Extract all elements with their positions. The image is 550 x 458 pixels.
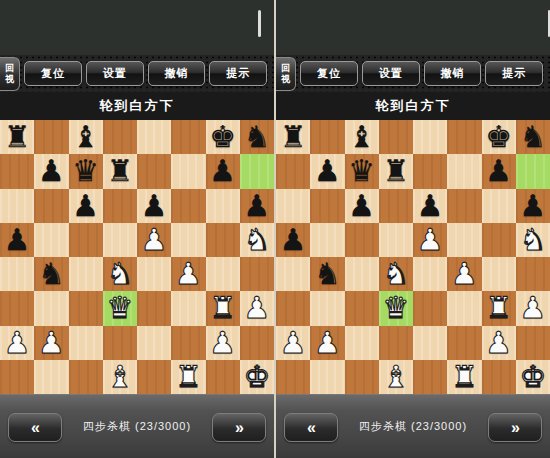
review-side-button[interactable]: 回视 <box>276 57 296 91</box>
square-a1[interactable] <box>0 360 34 394</box>
black-pawn-g7: ♟ <box>482 154 516 188</box>
square-h1[interactable]: ♚ <box>240 360 274 394</box>
square-f5[interactable] <box>447 223 481 257</box>
square-g4[interactable] <box>206 257 240 291</box>
square-e4[interactable] <box>413 257 447 291</box>
square-h3[interactable]: ♟ <box>240 291 274 325</box>
square-b8[interactable] <box>310 120 344 154</box>
square-b7[interactable]: ♟ <box>34 154 68 188</box>
black-pawn-e6: ♟ <box>413 189 447 223</box>
square-c3[interactable] <box>69 291 103 325</box>
square-b5[interactable] <box>310 223 344 257</box>
square-g2[interactable]: ♟ <box>482 326 516 360</box>
square-c5[interactable] <box>345 223 379 257</box>
square-e6[interactable]: ♟ <box>413 189 447 223</box>
previous-puzzle-button[interactable]: « <box>8 413 62 442</box>
turn-status-text: 轮到白方下 <box>100 97 175 115</box>
chess-board: ♜♝♚♞♟♛♜♟♟♟♟♟♟♞♞♞♟♛♜♟♟♟♟♝♜♚ <box>276 120 550 394</box>
top-dark-area <box>0 0 274 55</box>
black-bishop-c8: ♝ <box>345 120 379 154</box>
black-pawn-h6: ♟ <box>240 189 274 223</box>
next-puzzle-button[interactable]: » <box>488 413 542 442</box>
white-pawn-f4: ♟ <box>447 257 481 291</box>
square-b6[interactable] <box>34 189 68 223</box>
square-g8[interactable]: ♚ <box>206 120 240 154</box>
white-knight-d4: ♞ <box>103 257 137 291</box>
square-c7[interactable]: ♛ <box>345 154 379 188</box>
square-c1[interactable] <box>69 360 103 394</box>
square-b2[interactable]: ♟ <box>34 326 68 360</box>
screenshot-panel-left: 回视 复位 设置 撤销 提示 轮到白方下 ♜♝♚♞♟♛♜♟♟♟♟♟♟♞♞♞♟♛♜… <box>0 0 274 458</box>
white-rook-g3: ♜ <box>206 291 240 325</box>
square-f1[interactable]: ♜ <box>447 360 481 394</box>
square-f4[interactable]: ♟ <box>447 257 481 291</box>
white-knight-h5: ♞ <box>240 223 274 257</box>
white-king-h1: ♚ <box>516 360 550 394</box>
square-f3[interactable] <box>171 291 205 325</box>
square-e2[interactable] <box>137 326 171 360</box>
scrollbar-thumb[interactable] <box>258 10 261 37</box>
square-f6[interactable] <box>171 189 205 223</box>
square-g1[interactable] <box>482 360 516 394</box>
square-d8[interactable] <box>379 120 413 154</box>
square-b6[interactable] <box>310 189 344 223</box>
square-d2[interactable] <box>103 326 137 360</box>
square-f4[interactable]: ♟ <box>171 257 205 291</box>
puzzle-caption: 四步杀棋 (23/3000) <box>359 419 467 434</box>
square-b8[interactable] <box>34 120 68 154</box>
next-puzzle-button[interactable]: » <box>212 413 266 442</box>
black-rook-d7: ♜ <box>379 154 413 188</box>
square-g2[interactable]: ♟ <box>206 326 240 360</box>
square-f5[interactable] <box>171 223 205 257</box>
white-pawn-e5: ♟ <box>413 223 447 257</box>
square-e3[interactable] <box>413 291 447 325</box>
square-d5[interactable] <box>379 223 413 257</box>
white-bishop-d1: ♝ <box>379 360 413 394</box>
square-e8[interactable] <box>413 120 447 154</box>
white-pawn-e5: ♟ <box>137 223 171 257</box>
square-d3[interactable]: ♛ <box>103 291 137 325</box>
black-knight-b4: ♞ <box>34 257 68 291</box>
square-b1[interactable] <box>34 360 68 394</box>
square-h2[interactable] <box>516 326 550 360</box>
square-c8[interactable]: ♝ <box>69 120 103 154</box>
black-pawn-a5: ♟ <box>0 223 34 257</box>
white-pawn-a2: ♟ <box>276 326 310 360</box>
top-dark-area <box>276 0 550 55</box>
undo-button[interactable]: 撤销 <box>424 61 482 86</box>
black-rook-a8: ♜ <box>276 120 310 154</box>
square-e5[interactable]: ♟ <box>137 223 171 257</box>
square-a8[interactable]: ♜ <box>0 120 34 154</box>
square-g7[interactable]: ♟ <box>206 154 240 188</box>
black-knight-b4: ♞ <box>310 257 344 291</box>
black-knight-h8: ♞ <box>516 120 550 154</box>
toolbar: 回视 复位 设置 撤销 提示 <box>0 55 274 92</box>
square-f3[interactable] <box>447 291 481 325</box>
square-h4[interactable] <box>516 257 550 291</box>
square-e7[interactable] <box>137 154 171 188</box>
reset-button[interactable]: 复位 <box>24 61 82 86</box>
square-g8[interactable]: ♚ <box>482 120 516 154</box>
square-a2[interactable]: ♟ <box>0 326 34 360</box>
black-pawn-g7: ♟ <box>206 154 240 188</box>
square-h3[interactable]: ♟ <box>516 291 550 325</box>
black-pawn-e6: ♟ <box>137 189 171 223</box>
hint-button[interactable]: 提示 <box>485 61 543 86</box>
square-b2[interactable]: ♟ <box>310 326 344 360</box>
square-a6[interactable] <box>0 189 34 223</box>
previous-puzzle-button[interactable]: « <box>284 413 338 442</box>
square-b4[interactable]: ♞ <box>34 257 68 291</box>
toolbar: 回视 复位 设置 撤销 提示 <box>276 55 550 92</box>
square-d7[interactable]: ♜ <box>103 154 137 188</box>
square-a2[interactable]: ♟ <box>276 326 310 360</box>
app: 回视 复位 设置 撤销 提示 轮到白方下 ♜♝♚♞♟♛♜♟♟♟♟♟♟♞♞♞♟♛♜… <box>0 0 550 458</box>
settings-button[interactable]: 设置 <box>362 61 420 86</box>
square-d4[interactable]: ♞ <box>103 257 137 291</box>
square-e1[interactable] <box>413 360 447 394</box>
square-e5[interactable]: ♟ <box>413 223 447 257</box>
undo-button[interactable]: 撤销 <box>148 61 206 86</box>
hint-button[interactable]: 提示 <box>209 61 267 86</box>
white-knight-d4: ♞ <box>379 257 413 291</box>
puzzle-nav-bar: « 四步杀棋 (23/3000) » <box>0 394 274 458</box>
square-c4[interactable] <box>69 257 103 291</box>
square-a1[interactable] <box>276 360 310 394</box>
hint-button-label: 提示 <box>502 66 526 81</box>
white-king-h1: ♚ <box>240 360 274 394</box>
settings-button-label: 设置 <box>103 66 127 81</box>
square-g3[interactable]: ♜ <box>482 291 516 325</box>
black-rook-d7: ♜ <box>103 154 137 188</box>
white-pawn-b2: ♟ <box>310 326 344 360</box>
square-e4[interactable] <box>137 257 171 291</box>
black-pawn-a5: ♟ <box>276 223 310 257</box>
puzzle-caption: 四步杀棋 (23/3000) <box>83 419 191 434</box>
square-g7[interactable]: ♟ <box>482 154 516 188</box>
square-c3[interactable] <box>345 291 379 325</box>
white-pawn-b2: ♟ <box>34 326 68 360</box>
square-f7[interactable] <box>447 154 481 188</box>
turn-status-text: 轮到白方下 <box>376 97 451 115</box>
square-f6[interactable] <box>447 189 481 223</box>
white-rook-g3: ♜ <box>482 291 516 325</box>
review-side-button-label: 回视 <box>281 63 291 84</box>
reset-button-label: 复位 <box>41 66 65 81</box>
square-f7[interactable] <box>171 154 205 188</box>
white-pawn-f4: ♟ <box>171 257 205 291</box>
square-e8[interactable] <box>137 120 171 154</box>
square-h7[interactable] <box>516 154 550 188</box>
square-f2[interactable] <box>171 326 205 360</box>
square-a3[interactable] <box>276 291 310 325</box>
white-pawn-g2: ♟ <box>206 326 240 360</box>
square-c1[interactable] <box>345 360 379 394</box>
black-pawn-h6: ♟ <box>516 189 550 223</box>
previous-puzzle-icon: « <box>31 419 39 437</box>
square-a6[interactable] <box>276 189 310 223</box>
white-pawn-a2: ♟ <box>0 326 34 360</box>
square-a4[interactable] <box>276 257 310 291</box>
square-b5[interactable] <box>34 223 68 257</box>
reset-button[interactable]: 复位 <box>300 61 358 86</box>
black-king-g8: ♚ <box>482 120 516 154</box>
square-g5[interactable] <box>206 223 240 257</box>
square-f1[interactable]: ♜ <box>171 360 205 394</box>
settings-button-label: 设置 <box>379 66 403 81</box>
black-rook-a8: ♜ <box>0 120 34 154</box>
next-puzzle-icon: » <box>511 419 519 437</box>
square-d5[interactable] <box>103 223 137 257</box>
square-f2[interactable] <box>447 326 481 360</box>
previous-puzzle-icon: « <box>307 419 315 437</box>
puzzle-nav-bar: « 四步杀棋 (23/3000) » <box>276 394 550 458</box>
square-d1[interactable]: ♝ <box>103 360 137 394</box>
square-h1[interactable]: ♚ <box>516 360 550 394</box>
review-side-button-label: 回视 <box>5 63 15 84</box>
black-bishop-c8: ♝ <box>69 120 103 154</box>
square-d6[interactable] <box>103 189 137 223</box>
black-king-g8: ♚ <box>206 120 240 154</box>
square-b1[interactable] <box>310 360 344 394</box>
reset-button-label: 复位 <box>317 66 341 81</box>
square-c4[interactable] <box>345 257 379 291</box>
square-b4[interactable]: ♞ <box>310 257 344 291</box>
square-f8[interactable] <box>171 120 205 154</box>
square-d8[interactable] <box>103 120 137 154</box>
square-d6[interactable] <box>379 189 413 223</box>
white-pawn-h3: ♟ <box>240 291 274 325</box>
white-queen-d3: ♛ <box>379 291 413 325</box>
square-d2[interactable] <box>379 326 413 360</box>
black-queen-c7: ♛ <box>345 154 379 188</box>
next-puzzle-icon: » <box>235 419 243 437</box>
square-g6[interactable] <box>206 189 240 223</box>
square-c2[interactable] <box>345 326 379 360</box>
square-c6[interactable]: ♟ <box>345 189 379 223</box>
turn-status-bar: 轮到白方下 <box>276 92 550 120</box>
square-h2[interactable] <box>240 326 274 360</box>
square-g5[interactable] <box>482 223 516 257</box>
settings-button[interactable]: 设置 <box>86 61 144 86</box>
square-a4[interactable] <box>0 257 34 291</box>
white-pawn-g2: ♟ <box>482 326 516 360</box>
square-a7[interactable] <box>0 154 34 188</box>
hint-button-label: 提示 <box>226 66 250 81</box>
undo-button-label: 撤销 <box>164 66 188 81</box>
turn-status-bar: 轮到白方下 <box>0 92 274 120</box>
white-bishop-d1: ♝ <box>103 360 137 394</box>
square-b3[interactable] <box>310 291 344 325</box>
white-queen-d3: ♛ <box>103 291 137 325</box>
square-e3[interactable] <box>137 291 171 325</box>
review-side-button[interactable]: 回视 <box>0 57 20 91</box>
square-h4[interactable] <box>240 257 274 291</box>
square-a7[interactable] <box>276 154 310 188</box>
square-g3[interactable]: ♜ <box>206 291 240 325</box>
black-pawn-c6: ♟ <box>69 189 103 223</box>
black-queen-c7: ♛ <box>69 154 103 188</box>
white-rook-f1: ♜ <box>447 360 481 394</box>
square-a5[interactable]: ♟ <box>0 223 34 257</box>
square-e6[interactable]: ♟ <box>137 189 171 223</box>
black-pawn-c6: ♟ <box>345 189 379 223</box>
square-h8[interactable]: ♞ <box>516 120 550 154</box>
white-pawn-h3: ♟ <box>516 291 550 325</box>
square-e7[interactable] <box>413 154 447 188</box>
square-h5[interactable]: ♞ <box>516 223 550 257</box>
square-a5[interactable]: ♟ <box>276 223 310 257</box>
square-h6[interactable]: ♟ <box>240 189 274 223</box>
black-pawn-b7: ♟ <box>34 154 68 188</box>
square-h5[interactable]: ♞ <box>240 223 274 257</box>
square-c8[interactable]: ♝ <box>345 120 379 154</box>
square-f8[interactable] <box>447 120 481 154</box>
square-h6[interactable]: ♟ <box>516 189 550 223</box>
square-a8[interactable]: ♜ <box>276 120 310 154</box>
white-knight-h5: ♞ <box>516 223 550 257</box>
white-rook-f1: ♜ <box>171 360 205 394</box>
square-e2[interactable] <box>413 326 447 360</box>
square-d4[interactable]: ♞ <box>379 257 413 291</box>
chess-board: ♜♝♚♞♟♛♜♟♟♟♟♟♟♞♞♞♟♛♜♟♟♟♟♝♜♚ <box>0 120 274 394</box>
black-pawn-b7: ♟ <box>310 154 344 188</box>
square-c6[interactable]: ♟ <box>69 189 103 223</box>
black-knight-h8: ♞ <box>240 120 274 154</box>
square-d1[interactable]: ♝ <box>379 360 413 394</box>
square-c5[interactable] <box>69 223 103 257</box>
screenshot-panel-right: 回视 复位 设置 撤销 提示 轮到白方下 ♜♝♚♞♟♛♜♟♟♟♟♟♟♞♞♞♟♛♜… <box>276 0 550 458</box>
square-h7[interactable] <box>240 154 274 188</box>
square-a3[interactable] <box>0 291 34 325</box>
undo-button-label: 撤销 <box>440 66 464 81</box>
square-c2[interactable] <box>69 326 103 360</box>
square-g4[interactable] <box>482 257 516 291</box>
square-c7[interactable]: ♛ <box>69 154 103 188</box>
square-g6[interactable] <box>482 189 516 223</box>
square-b3[interactable] <box>34 291 68 325</box>
square-g1[interactable] <box>206 360 240 394</box>
square-e1[interactable] <box>137 360 171 394</box>
square-d7[interactable]: ♜ <box>379 154 413 188</box>
square-b7[interactable]: ♟ <box>310 154 344 188</box>
square-h8[interactable]: ♞ <box>240 120 274 154</box>
square-d3[interactable]: ♛ <box>379 291 413 325</box>
